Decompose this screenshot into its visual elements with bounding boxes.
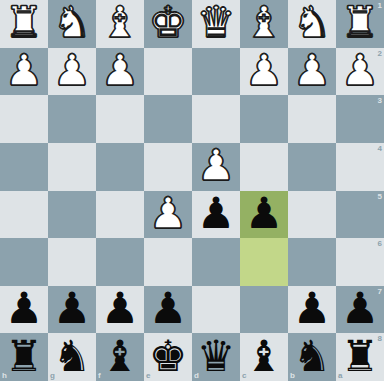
square-d1[interactable]: ♛ — [192, 0, 240, 48]
square-a5[interactable]: 5 — [336, 191, 384, 239]
square-e5[interactable]: ♟ — [144, 191, 192, 239]
rank-label-6: 6 — [378, 240, 382, 248]
square-c1[interactable]: ♝ — [240, 0, 288, 48]
square-b4[interactable] — [288, 143, 336, 191]
square-d7[interactable] — [192, 286, 240, 334]
square-h4[interactable] — [0, 143, 48, 191]
square-f4[interactable] — [96, 143, 144, 191]
black-rook-piece-a8[interactable]: ♜ — [341, 335, 380, 378]
square-c6[interactable] — [240, 238, 288, 286]
black-pawn-piece-a7[interactable]: ♟ — [341, 287, 380, 330]
square-c3[interactable] — [240, 95, 288, 143]
square-c2[interactable]: ♟ — [240, 48, 288, 96]
white-pawn-piece-g2[interactable]: ♟ — [53, 49, 92, 92]
black-pawn-piece-d5[interactable]: ♟ — [197, 192, 236, 235]
square-g6[interactable] — [48, 238, 96, 286]
black-pawn-piece-g7[interactable]: ♟ — [53, 287, 92, 330]
black-bishop-piece-f8[interactable]: ♝ — [101, 335, 140, 378]
square-d2[interactable] — [192, 48, 240, 96]
square-b5[interactable] — [288, 191, 336, 239]
square-g8[interactable]: g♞ — [48, 333, 96, 381]
square-b2[interactable]: ♟ — [288, 48, 336, 96]
square-e6[interactable] — [144, 238, 192, 286]
square-a6[interactable]: 6 — [336, 238, 384, 286]
square-h3[interactable] — [0, 95, 48, 143]
square-h1[interactable]: ♜ — [0, 0, 48, 48]
square-h6[interactable] — [0, 238, 48, 286]
white-pawn-piece-h2[interactable]: ♟ — [5, 49, 44, 92]
chess-board: ♜♞♝♚♛♝♞1♜♟♟♟♟♟2♟3♟4♟♟♟56♟♟♟♟♟7♟h♜g♞f♝e♚d… — [0, 0, 384, 381]
square-h7[interactable]: ♟ — [0, 286, 48, 334]
square-e8[interactable]: e♚ — [144, 333, 192, 381]
rank-label-4: 4 — [378, 145, 382, 153]
square-g1[interactable]: ♞ — [48, 0, 96, 48]
white-knight-piece-b1[interactable]: ♞ — [293, 1, 332, 44]
black-pawn-piece-f7[interactable]: ♟ — [101, 287, 140, 330]
square-d4[interactable]: ♟ — [192, 143, 240, 191]
square-f6[interactable] — [96, 238, 144, 286]
white-pawn-piece-a2[interactable]: ♟ — [341, 49, 380, 92]
square-b1[interactable]: ♞ — [288, 0, 336, 48]
white-bishop-piece-f1[interactable]: ♝ — [101, 1, 140, 44]
rank-label-5: 5 — [378, 193, 382, 201]
square-c5[interactable]: ♟ — [240, 191, 288, 239]
square-e7[interactable]: ♟ — [144, 286, 192, 334]
square-c4[interactable] — [240, 143, 288, 191]
square-h2[interactable]: ♟ — [0, 48, 48, 96]
white-king-piece-e1[interactable]: ♚ — [149, 1, 188, 44]
square-d5[interactable]: ♟ — [192, 191, 240, 239]
square-g2[interactable]: ♟ — [48, 48, 96, 96]
square-b8[interactable]: b♞ — [288, 333, 336, 381]
square-e3[interactable] — [144, 95, 192, 143]
square-f1[interactable]: ♝ — [96, 0, 144, 48]
square-a1[interactable]: 1♜ — [336, 0, 384, 48]
square-a8[interactable]: 8a♜ — [336, 333, 384, 381]
square-c7[interactable] — [240, 286, 288, 334]
white-pawn-piece-e5[interactable]: ♟ — [149, 192, 188, 235]
square-d6[interactable] — [192, 238, 240, 286]
square-a7[interactable]: 7♟ — [336, 286, 384, 334]
square-g4[interactable] — [48, 143, 96, 191]
square-f5[interactable] — [96, 191, 144, 239]
square-f2[interactable]: ♟ — [96, 48, 144, 96]
black-pawn-piece-h7[interactable]: ♟ — [5, 287, 44, 330]
black-pawn-piece-b7[interactable]: ♟ — [293, 287, 332, 330]
square-g5[interactable] — [48, 191, 96, 239]
square-d8[interactable]: d♛ — [192, 333, 240, 381]
square-b6[interactable] — [288, 238, 336, 286]
black-knight-piece-b8[interactable]: ♞ — [293, 335, 332, 378]
square-f7[interactable]: ♟ — [96, 286, 144, 334]
black-pawn-piece-e7[interactable]: ♟ — [149, 287, 188, 330]
black-king-piece-e8[interactable]: ♚ — [149, 335, 188, 378]
square-g3[interactable] — [48, 95, 96, 143]
white-pawn-piece-b2[interactable]: ♟ — [293, 49, 332, 92]
square-a4[interactable]: 4 — [336, 143, 384, 191]
square-e1[interactable]: ♚ — [144, 0, 192, 48]
white-rook-piece-a1[interactable]: ♜ — [341, 1, 380, 44]
white-bishop-piece-c1[interactable]: ♝ — [245, 1, 284, 44]
square-h5[interactable] — [0, 191, 48, 239]
square-c8[interactable]: c♝ — [240, 333, 288, 381]
black-bishop-piece-c8[interactable]: ♝ — [245, 335, 284, 378]
square-f3[interactable] — [96, 95, 144, 143]
square-d3[interactable] — [192, 95, 240, 143]
white-knight-piece-g1[interactable]: ♞ — [53, 1, 92, 44]
square-a3[interactable]: 3 — [336, 95, 384, 143]
white-pawn-piece-f2[interactable]: ♟ — [101, 49, 140, 92]
chess-board-container: ♜♞♝♚♛♝♞1♜♟♟♟♟♟2♟3♟4♟♟♟56♟♟♟♟♟7♟h♜g♞f♝e♚d… — [0, 0, 384, 381]
white-pawn-piece-c2[interactable]: ♟ — [245, 49, 284, 92]
square-f8[interactable]: f♝ — [96, 333, 144, 381]
square-e2[interactable] — [144, 48, 192, 96]
square-g7[interactable]: ♟ — [48, 286, 96, 334]
white-pawn-piece-d4[interactable]: ♟ — [197, 144, 236, 187]
square-e4[interactable] — [144, 143, 192, 191]
black-pawn-piece-c5[interactable]: ♟ — [245, 192, 284, 235]
square-h8[interactable]: h♜ — [0, 333, 48, 381]
white-rook-piece-h1[interactable]: ♜ — [5, 1, 44, 44]
rank-label-3: 3 — [378, 97, 382, 105]
black-queen-piece-d8[interactable]: ♛ — [197, 335, 236, 378]
square-b3[interactable] — [288, 95, 336, 143]
square-a2[interactable]: 2♟ — [336, 48, 384, 96]
square-b7[interactable]: ♟ — [288, 286, 336, 334]
black-knight-piece-g8[interactable]: ♞ — [53, 335, 92, 378]
black-rook-piece-h8[interactable]: ♜ — [5, 335, 44, 378]
white-queen-piece-d1[interactable]: ♛ — [197, 1, 236, 44]
